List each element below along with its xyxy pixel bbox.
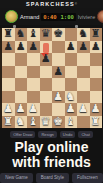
square-g3[interactable] <box>77 91 90 104</box>
square-d5[interactable] <box>40 66 53 79</box>
trademark-symbol: ® <box>75 2 77 6</box>
square-f6[interactable] <box>65 53 78 66</box>
white-knight-f3: ♞ <box>65 91 78 104</box>
square-b7[interactable]: ♟ <box>15 41 28 54</box>
white-knight-b1: ♞ <box>15 116 28 129</box>
square-d8[interactable]: ♛ <box>40 28 53 41</box>
square-h5[interactable] <box>90 66 103 79</box>
square-g5[interactable] <box>77 66 90 79</box>
right-player-name: Iviviere <box>78 14 95 20</box>
square-d2[interactable] <box>40 103 53 116</box>
square-a1[interactable]: ♜ <box>2 116 15 129</box>
last-move-arrowhead <box>41 53 49 58</box>
square-b6[interactable] <box>15 53 28 66</box>
square-e2[interactable] <box>52 103 65 116</box>
black-pawn-b7: ♟ <box>15 41 28 54</box>
white-bishop-f1: ♝ <box>65 116 78 129</box>
square-g7[interactable]: ♟ <box>77 41 90 54</box>
black-rook-h8: ♜ <box>90 28 103 41</box>
white-queen-d1: ♛ <box>40 116 53 129</box>
square-a5[interactable] <box>2 66 15 79</box>
square-e1[interactable]: ♚ <box>52 116 65 129</box>
bottom-new-game-button[interactable]: New Game <box>0 173 33 183</box>
black-pawn-e5: ♟ <box>52 66 65 79</box>
square-b4[interactable] <box>15 78 28 91</box>
square-c8[interactable]: ♝ <box>27 28 40 41</box>
bottom-fullscreen-button[interactable]: Fullscreen <box>72 173 103 183</box>
last-move-tail <box>43 43 49 54</box>
square-g6[interactable] <box>77 53 90 66</box>
black-pawn-a7: ♟ <box>2 41 15 54</box>
black-knight-g8: ♞ <box>77 28 90 41</box>
white-king-e1: ♚ <box>52 116 65 129</box>
right-player-clock: 1:00 <box>59 13 76 21</box>
black-king-e8: ♚ <box>52 28 65 41</box>
square-f1[interactable]: ♝ <box>65 116 78 129</box>
left-player-clock: 0:40 <box>41 13 58 21</box>
white-pawn-f2: ♟ <box>65 103 78 116</box>
promo-headline: Play online with friends <box>0 140 103 170</box>
square-e5[interactable]: ♟ <box>52 66 65 79</box>
black-pawn-h7: ♟ <box>90 41 103 54</box>
black-pawn-c7: ♟ <box>27 41 40 54</box>
white-pawn-b2: ♟ <box>15 103 28 116</box>
square-c5[interactable] <box>27 66 40 79</box>
left-player-avatar <box>5 10 18 23</box>
square-g1[interactable] <box>77 116 90 129</box>
white-rook-a1: ♜ <box>2 116 15 129</box>
black-bishop-c8: ♝ <box>27 28 40 41</box>
square-f8[interactable] <box>65 28 78 41</box>
action-resign-button[interactable]: Resign <box>38 131 56 138</box>
app-title: SPARKCHESS <box>26 1 75 7</box>
square-h2[interactable]: ♟ <box>90 103 103 116</box>
square-e3[interactable]: ♟ <box>52 91 65 104</box>
white-rook-h1: ♜ <box>90 116 103 129</box>
square-a4[interactable] <box>2 78 15 91</box>
square-g8[interactable]: ♞ <box>77 28 90 41</box>
white-bishop-c1: ♝ <box>27 116 40 129</box>
square-a8[interactable]: ♜ <box>2 28 15 41</box>
chess-board[interactable]: ♜♞♝♛♚♞♜♟♟♟♟♟♟♟♟♟♞♟♟♟♟♟♟♜♞♝♛♚♝♜ <box>2 28 102 128</box>
action-button-row: Offer DrawResignUndoChat <box>0 131 103 138</box>
square-f4[interactable] <box>65 78 78 91</box>
white-pawn-g2: ♟ <box>77 103 90 116</box>
action-offer-draw-button[interactable]: Offer Draw <box>10 131 35 138</box>
square-h1[interactable]: ♜ <box>90 116 103 129</box>
square-a3[interactable] <box>2 91 15 104</box>
square-e4[interactable] <box>52 78 65 91</box>
bottom-button-row: New GameBoard StyleFullscreen <box>0 173 103 183</box>
square-a6[interactable] <box>2 53 15 66</box>
square-c3[interactable] <box>27 91 40 104</box>
square-f7[interactable]: ♟ <box>65 41 78 54</box>
black-pawn-g7: ♟ <box>77 41 90 54</box>
right-player-avatar <box>97 10 103 23</box>
square-d6[interactable]: ♟ <box>40 53 53 66</box>
square-e8[interactable]: ♚ <box>52 28 65 41</box>
white-pawn-a2: ♟ <box>2 103 15 116</box>
player-bar: Armand 0:40 1:00 Iviviere <box>0 8 103 25</box>
square-c2[interactable]: ♟ <box>27 103 40 116</box>
black-rook-a8: ♜ <box>2 28 15 41</box>
black-queen-d8: ♛ <box>40 28 53 41</box>
square-b1[interactable]: ♞ <box>15 116 28 129</box>
square-e6[interactable] <box>52 53 65 66</box>
white-pawn-c2: ♟ <box>27 103 40 116</box>
square-b8[interactable]: ♞ <box>15 28 28 41</box>
square-g2[interactable]: ♟ <box>77 103 90 116</box>
square-h7[interactable]: ♟ <box>90 41 103 54</box>
square-b5[interactable] <box>15 66 28 79</box>
square-h3[interactable] <box>90 91 103 104</box>
square-e7[interactable] <box>52 41 65 54</box>
square-d4[interactable] <box>40 78 53 91</box>
square-h6[interactable] <box>90 53 103 66</box>
left-player-name: Armand <box>20 14 39 20</box>
square-c1[interactable]: ♝ <box>27 116 40 129</box>
square-b2[interactable]: ♟ <box>15 103 28 116</box>
square-h8[interactable]: ♜ <box>90 28 103 41</box>
square-g4[interactable] <box>77 78 90 91</box>
black-knight-b8: ♞ <box>15 28 28 41</box>
square-f3[interactable]: ♞ <box>65 91 78 104</box>
square-b3[interactable] <box>15 91 28 104</box>
action-chat-button[interactable]: Chat <box>78 131 92 138</box>
promo-line-1: Play online <box>0 140 103 155</box>
promo-line-2: with friends <box>0 155 103 170</box>
square-a2[interactable]: ♟ <box>2 103 15 116</box>
square-f2[interactable]: ♟ <box>65 103 78 116</box>
square-d3[interactable] <box>40 91 53 104</box>
bottom-board-style-button[interactable]: Board Style <box>36 173 69 183</box>
square-d1[interactable]: ♛ <box>40 116 53 129</box>
square-c7[interactable]: ♟ <box>27 41 40 54</box>
square-a7[interactable]: ♟ <box>2 41 15 54</box>
action-undo-button[interactable]: Undo <box>60 131 76 138</box>
square-c4[interactable] <box>27 78 40 91</box>
black-pawn-f7: ♟ <box>65 41 78 54</box>
white-pawn-h2: ♟ <box>90 103 103 116</box>
square-c6[interactable] <box>27 53 40 66</box>
square-h4[interactable] <box>90 78 103 91</box>
app-title-bar: SPARKCHESS® <box>0 0 103 8</box>
square-f5[interactable] <box>65 66 78 79</box>
white-pawn-e3: ♟ <box>52 91 65 104</box>
square-d7[interactable] <box>40 41 53 54</box>
